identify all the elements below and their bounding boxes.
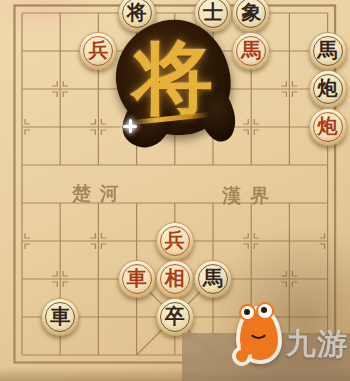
piece-red-cannon[interactable]: 炮	[309, 108, 347, 146]
piece-glyph: 相	[165, 268, 185, 288]
piece-glyph: 車	[127, 268, 147, 288]
piece-glyph: 馬	[241, 40, 261, 60]
jiuyou-mascot-icon	[236, 306, 282, 364]
mascot-eye	[256, 302, 274, 320]
piece-glyph: 卒	[165, 306, 185, 326]
piece-glyph: 将	[127, 2, 147, 22]
piece-glyph: 炮	[318, 78, 338, 98]
piece-glyph: 車	[50, 306, 70, 326]
piece-glyph: 士	[203, 2, 223, 22]
board-grid[interactable]: 将士象兵馬馬炮炮兵車相馬卒車	[3, 0, 347, 374]
piece-black-horse[interactable]: 馬	[309, 32, 347, 70]
mascot-eye	[239, 304, 256, 321]
piece-black-elephant[interactable]: 象	[232, 0, 270, 32]
piece-black-general[interactable]: 将	[118, 0, 156, 32]
piece-glyph: 兵	[165, 230, 185, 250]
piece-red-elephant[interactable]: 相	[156, 260, 194, 298]
piece-black-horse[interactable]: 馬	[194, 260, 232, 298]
piece-red-horse[interactable]: 馬	[232, 32, 270, 70]
piece-red-soldier[interactable]: 兵	[156, 222, 194, 260]
piece-glyph: 炮	[318, 116, 338, 136]
piece-glyph: 馬	[318, 40, 338, 60]
xiangqi-app-screenshot: 楚河 漢界 将士象兵馬馬炮炮兵車相馬卒車 将 九游	[0, 0, 350, 381]
piece-glyph: 馬	[203, 268, 223, 288]
piece-black-cannon[interactable]: 炮	[309, 70, 347, 108]
piece-red-soldier[interactable]: 兵	[79, 32, 117, 70]
piece-black-soldier[interactable]: 卒	[156, 298, 194, 336]
piece-glyph: 兵	[88, 40, 108, 60]
piece-glyph: 象	[241, 2, 261, 22]
jiuyou-logo-text: 九游	[286, 324, 348, 365]
piece-red-chariot[interactable]: 車	[118, 260, 156, 298]
piece-black-chariot[interactable]: 車	[41, 298, 79, 336]
piece-black-advisor[interactable]: 士	[194, 0, 232, 32]
